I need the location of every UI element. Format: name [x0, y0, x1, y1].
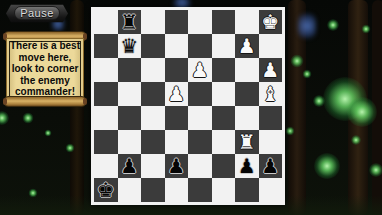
square-f8[interactable] — [212, 10, 236, 34]
square-d4[interactable] — [165, 106, 189, 130]
square-g2[interactable]: ♟ — [235, 154, 259, 178]
square-f7[interactable] — [212, 34, 236, 58]
black-pawn[interactable]: ♟ — [120, 154, 138, 178]
firefly-glow — [327, 19, 339, 31]
white-rook[interactable]: ♜ — [238, 130, 256, 154]
square-c5[interactable] — [141, 82, 165, 106]
square-f4[interactable] — [212, 106, 236, 130]
square-a5[interactable] — [94, 82, 118, 106]
square-h1[interactable] — [259, 178, 283, 202]
firefly-glow — [291, 55, 304, 68]
square-a8[interactable] — [94, 10, 118, 34]
square-b5[interactable] — [118, 82, 142, 106]
white-pawn[interactable]: ♟ — [167, 82, 185, 106]
square-b7[interactable]: ♛ — [118, 34, 142, 58]
chess-board-frame: ♜♚♛♟♟♟♟♝♜♟♟♟♟♚ — [91, 7, 285, 205]
square-b1[interactable] — [118, 178, 142, 202]
firefly-glow — [0, 111, 9, 125]
square-b2[interactable]: ♟ — [118, 154, 142, 178]
pause-label: Pause — [20, 7, 54, 19]
square-c3[interactable] — [141, 130, 165, 154]
square-h7[interactable] — [259, 34, 283, 58]
square-b8[interactable]: ♜ — [118, 10, 142, 34]
square-e4[interactable] — [188, 106, 212, 130]
pause-button[interactable]: Pause — [6, 4, 68, 23]
firefly-glow — [23, 113, 34, 124]
black-pawn[interactable]: ♟ — [167, 154, 185, 178]
firefly-glow — [362, 25, 371, 34]
firefly-glow — [369, 163, 382, 177]
square-f5[interactable] — [212, 82, 236, 106]
firefly-glow — [351, 135, 361, 145]
hint-text: There is a best move here, look to corne… — [8, 40, 82, 98]
square-d5[interactable]: ♟ — [165, 82, 189, 106]
game-screen: Pause There is a best move here, look to… — [0, 0, 382, 215]
white-bishop[interactable]: ♝ — [261, 82, 279, 106]
square-h4[interactable] — [259, 106, 283, 130]
square-a7[interactable] — [94, 34, 118, 58]
scroll-body: There is a best move here, look to corne… — [6, 38, 84, 100]
square-g8[interactable] — [235, 10, 259, 34]
square-c8[interactable] — [141, 10, 165, 34]
square-g1[interactable] — [235, 178, 259, 202]
square-g6[interactable] — [235, 58, 259, 82]
chess-board: ♜♚♛♟♟♟♟♝♜♟♟♟♟♚ — [94, 10, 282, 202]
square-g4[interactable] — [235, 106, 259, 130]
square-c1[interactable] — [141, 178, 165, 202]
square-f1[interactable] — [212, 178, 236, 202]
hint-scroll: There is a best move here, look to corne… — [2, 31, 88, 107]
square-g7[interactable]: ♟ — [235, 34, 259, 58]
black-king[interactable]: ♚ — [97, 178, 115, 202]
square-h3[interactable] — [259, 130, 283, 154]
glowing-mushrooms — [347, 97, 377, 127]
square-d2[interactable]: ♟ — [165, 154, 189, 178]
sky-patch — [298, 10, 316, 42]
black-queen[interactable]: ♛ — [120, 34, 138, 58]
white-pawn[interactable]: ♟ — [191, 58, 209, 82]
square-a4[interactable] — [94, 106, 118, 130]
white-king[interactable]: ♚ — [261, 10, 279, 34]
square-d8[interactable] — [165, 10, 189, 34]
pause-inner: Pause — [14, 6, 60, 20]
scroll-knob — [3, 98, 7, 105]
square-e2[interactable] — [188, 154, 212, 178]
square-e5[interactable] — [188, 82, 212, 106]
square-d7[interactable] — [165, 34, 189, 58]
firefly-glow — [66, 144, 75, 153]
white-pawn[interactable]: ♟ — [261, 58, 279, 82]
scroll-knob — [83, 98, 87, 105]
square-f2[interactable] — [212, 154, 236, 178]
square-h5[interactable]: ♝ — [259, 82, 283, 106]
square-a3[interactable] — [94, 130, 118, 154]
square-f6[interactable] — [212, 58, 236, 82]
square-b3[interactable] — [118, 130, 142, 154]
square-a1[interactable]: ♚ — [94, 178, 118, 202]
square-h6[interactable]: ♟ — [259, 58, 283, 82]
square-c6[interactable] — [141, 58, 165, 82]
square-a2[interactable] — [94, 154, 118, 178]
scroll-bottom-roll — [4, 96, 86, 107]
square-e7[interactable] — [188, 34, 212, 58]
square-e8[interactable] — [188, 10, 212, 34]
glowing-mushrooms — [314, 153, 340, 179]
square-d6[interactable] — [165, 58, 189, 82]
rock — [344, 181, 368, 195]
white-pawn[interactable]: ♟ — [238, 34, 256, 58]
square-d1[interactable] — [165, 178, 189, 202]
square-h2[interactable]: ♟ — [259, 154, 283, 178]
black-pawn[interactable]: ♟ — [238, 154, 256, 178]
firefly-glow — [45, 130, 52, 137]
square-h8[interactable]: ♚ — [259, 10, 283, 34]
black-rook[interactable]: ♜ — [120, 10, 138, 34]
square-b6[interactable] — [118, 58, 142, 82]
square-f3[interactable] — [212, 130, 236, 154]
square-e1[interactable] — [188, 178, 212, 202]
square-g3[interactable]: ♜ — [235, 130, 259, 154]
firefly-glow — [303, 70, 312, 79]
square-e6[interactable]: ♟ — [188, 58, 212, 82]
square-a6[interactable] — [94, 58, 118, 82]
square-g5[interactable] — [235, 82, 259, 106]
square-d3[interactable] — [165, 130, 189, 154]
square-c7[interactable] — [141, 34, 165, 58]
square-c2[interactable] — [141, 154, 165, 178]
black-pawn[interactable]: ♟ — [261, 154, 279, 178]
square-c4[interactable] — [141, 106, 165, 130]
firefly-glow — [286, 127, 295, 136]
firefly-glow — [313, 95, 325, 107]
square-b4[interactable] — [118, 106, 142, 130]
square-e3[interactable] — [188, 130, 212, 154]
